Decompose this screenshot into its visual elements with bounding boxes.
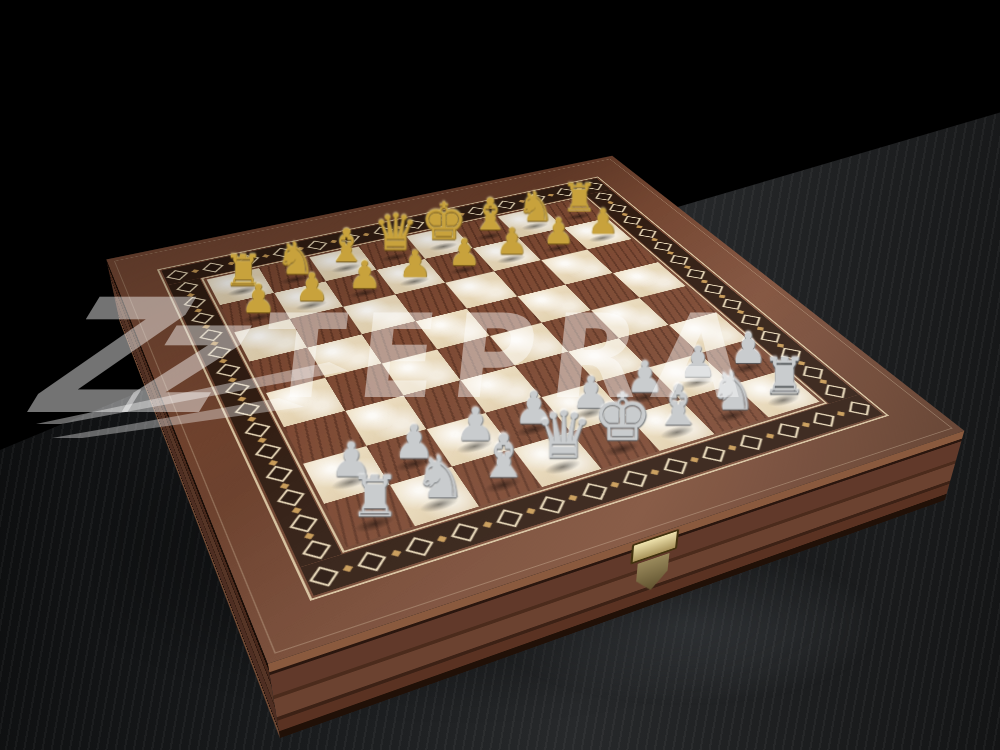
piece-silver-knight: ♞ (404, 447, 477, 505)
photo-scene: ♜♞♝♛♚♝♞♜♟♟♟♟♟♟♟♟♟♟♟♟♟♟♟♟♜♞♝♛♚♝♞♜ Zz TEPR… (0, 0, 1000, 750)
piece-silver-queen: ♛ (529, 402, 599, 467)
brass-latch (626, 528, 681, 607)
piece-silver-bishop: ♝ (467, 427, 538, 486)
piece-silver-rook: ♜ (337, 468, 411, 525)
